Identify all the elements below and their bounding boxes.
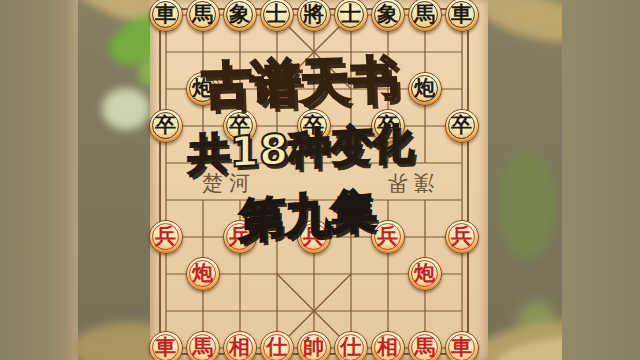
xiangqi-piece[interactable]: 卒 <box>149 109 183 143</box>
xiangqi-piece[interactable]: 帥 <box>297 331 331 360</box>
xiangqi-piece[interactable]: 象 <box>223 0 257 32</box>
piece-character: 炮 <box>414 262 435 283</box>
xiangqi-piece[interactable]: 相 <box>223 331 257 360</box>
background-right-blur <box>562 0 640 360</box>
xiangqi-piece[interactable]: 炮 <box>186 257 220 291</box>
piece-character: 炮 <box>192 262 213 283</box>
xiangqi-piece[interactable]: 車 <box>149 0 183 32</box>
xiangqi-piece[interactable]: 車 <box>445 0 479 32</box>
piece-character: 象 <box>229 3 250 24</box>
xiangqi-piece[interactable]: 將 <box>297 0 331 32</box>
piece-character: 兵 <box>377 225 398 246</box>
piece-character: 馬 <box>192 336 213 357</box>
xiangqi-piece[interactable]: 象 <box>371 0 405 32</box>
piece-character: 卒 <box>451 114 472 135</box>
piece-character: 相 <box>229 336 250 357</box>
xiangqi-piece[interactable]: 馬 <box>408 0 442 32</box>
piece-character: 車 <box>451 336 472 357</box>
xiangqi-piece[interactable]: 兵 <box>445 220 479 254</box>
xiangqi-piece[interactable]: 士 <box>260 0 294 32</box>
video-frame: 楚河 漢界 車馬象士將士象馬車炮炮卒卒卒卒卒兵兵兵兵兵炮炮車馬相仕帥仕相馬車 古… <box>0 0 640 360</box>
piece-character: 炮 <box>414 77 435 98</box>
xiangqi-piece[interactable]: 仕 <box>334 331 368 360</box>
overlay-episode: 第九集 <box>239 179 376 253</box>
piece-character: 兵 <box>451 225 472 246</box>
xiangqi-piece[interactable]: 仕 <box>260 331 294 360</box>
piece-character: 象 <box>377 3 398 24</box>
xiangqi-piece[interactable]: 兵 <box>149 220 183 254</box>
piece-character: 馬 <box>192 3 213 24</box>
xiangqi-piece[interactable]: 車 <box>445 331 479 360</box>
flower-bud-left <box>102 88 150 130</box>
piece-character: 士 <box>340 3 361 24</box>
xiangqi-piece[interactable]: 炮 <box>408 257 442 291</box>
xiangqi-piece[interactable]: 馬 <box>186 331 220 360</box>
xiangqi-piece[interactable]: 車 <box>149 331 183 360</box>
xiangqi-piece[interactable]: 相 <box>371 331 405 360</box>
piece-character: 將 <box>303 3 324 24</box>
piece-character: 帥 <box>303 336 324 357</box>
xiangqi-piece[interactable]: 士 <box>334 0 368 32</box>
xiangqi-piece[interactable]: 卒 <box>445 109 479 143</box>
piece-character: 卒 <box>155 114 176 135</box>
piece-character: 車 <box>155 3 176 24</box>
overlay-subtitle: 共18种变化 <box>188 115 414 183</box>
overlay-title: 古谱天书 <box>201 46 399 120</box>
piece-character: 相 <box>377 336 398 357</box>
piece-character: 車 <box>451 3 472 24</box>
background-left-blur <box>0 0 78 360</box>
green-leaf-right <box>498 150 556 260</box>
xiangqi-piece[interactable]: 馬 <box>408 331 442 360</box>
piece-character: 馬 <box>414 336 435 357</box>
piece-character: 車 <box>155 336 176 357</box>
piece-character: 馬 <box>414 3 435 24</box>
piece-character: 仕 <box>340 336 361 357</box>
piece-character: 兵 <box>155 225 176 246</box>
piece-character: 士 <box>266 3 287 24</box>
xiangqi-piece[interactable]: 炮 <box>408 72 442 106</box>
piece-character: 仕 <box>266 336 287 357</box>
xiangqi-piece[interactable]: 馬 <box>186 0 220 32</box>
